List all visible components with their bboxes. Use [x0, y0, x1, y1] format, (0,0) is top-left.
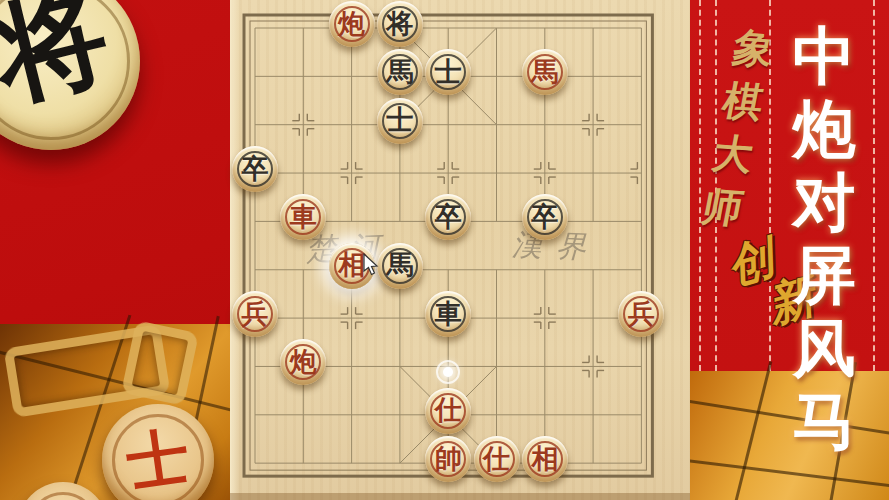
piece-glyph: 仕	[483, 446, 510, 473]
piece-black-馬[interactable]: 馬	[377, 49, 423, 95]
title-char: 炮	[786, 93, 862, 166]
piece-glyph: 兵	[242, 301, 269, 328]
xiangqi-game-screen: 楚河 漢界 炮馬車相兵兵炮仕帥仕相将馬士士卒卒卒馬車 将 士	[0, 0, 889, 500]
photo-grid-line	[690, 458, 889, 490]
piece-glyph: 車	[290, 204, 317, 231]
decor-general-piece: 将	[0, 0, 140, 150]
decor-piece-partial	[18, 482, 108, 500]
left-photo-board: 士	[0, 324, 230, 500]
dashed-divider	[873, 0, 875, 371]
piece-black-卒[interactable]: 卒	[232, 146, 278, 192]
piece-black-士[interactable]: 士	[377, 98, 423, 144]
piece-glyph: 炮	[290, 349, 317, 376]
piece-glyph: 将	[386, 11, 413, 38]
piece-red-馬[interactable]: 馬	[522, 49, 568, 95]
piece-glyph: 車	[435, 301, 462, 328]
piece-glyph: 帥	[435, 446, 462, 473]
piece-black-車[interactable]: 車	[425, 291, 471, 337]
xiangqi-board[interactable]: 楚河 漢界 炮馬車相兵兵炮仕帥仕相将馬士士卒卒卒馬車	[230, 0, 690, 500]
piece-red-帥[interactable]: 帥	[425, 436, 471, 482]
piece-red-炮[interactable]: 炮	[329, 1, 375, 47]
piece-glyph: 馬	[386, 252, 413, 279]
piece-glyph: 馬	[386, 59, 413, 86]
title-char: 屏	[786, 239, 862, 312]
decor-advisor-glyph: 士	[121, 414, 194, 500]
title-char: 大	[704, 126, 762, 182]
piece-red-仕[interactable]: 仕	[474, 436, 520, 482]
piece-glyph: 卒	[531, 204, 558, 231]
left-decor-panel: 将 士	[0, 0, 230, 500]
title-char: 对	[786, 166, 862, 239]
piece-glyph: 卒	[242, 156, 269, 183]
piece-glyph: 士	[435, 59, 462, 86]
right-decor-panel: 象棋大师 创新 中炮对屏风马	[690, 0, 889, 500]
piece-glyph: 兵	[628, 301, 655, 328]
carved-gold-ornament	[121, 320, 199, 406]
title-char: 师	[694, 179, 752, 235]
piece-glyph: 士	[386, 107, 413, 134]
piece-black-馬[interactable]: 馬	[377, 243, 423, 289]
piece-red-仕[interactable]: 仕	[425, 388, 471, 434]
piece-glyph: 馬	[531, 59, 558, 86]
piece-black-卒[interactable]: 卒	[522, 194, 568, 240]
decor-general-glyph: 将	[0, 0, 130, 124]
piece-glyph: 仕	[435, 397, 462, 424]
piece-glyph: 炮	[338, 11, 365, 38]
title-char: 棋	[714, 73, 772, 129]
piece-red-兵[interactable]: 兵	[232, 291, 278, 337]
piece-glyph: 卒	[435, 204, 462, 231]
mouse-cursor	[362, 253, 380, 277]
title-char: 风	[786, 312, 862, 385]
piece-black-将[interactable]: 将	[377, 1, 423, 47]
piece-red-相[interactable]: 相	[522, 436, 568, 482]
dashed-divider	[699, 0, 701, 371]
title-char: 中	[786, 20, 862, 93]
photo-grid-line	[731, 361, 773, 500]
title-char: 象	[724, 21, 782, 77]
move-indicator-dot	[443, 367, 453, 377]
piece-glyph: 相	[531, 446, 558, 473]
title-char: 马	[786, 385, 862, 458]
opening-title: 中炮对屏风马	[786, 20, 862, 458]
